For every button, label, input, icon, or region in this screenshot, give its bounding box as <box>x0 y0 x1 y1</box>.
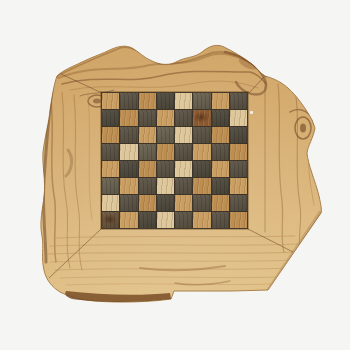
square-b1[interactable] <box>120 212 137 228</box>
square-c5[interactable] <box>139 144 156 160</box>
square-f1[interactable] <box>193 212 210 228</box>
square-h5[interactable] <box>230 144 247 160</box>
square-d6[interactable] <box>157 127 174 143</box>
product-photo <box>0 0 350 350</box>
square-h1[interactable] <box>230 212 247 228</box>
square-g2[interactable] <box>212 195 229 211</box>
square-f5[interactable] <box>193 144 210 160</box>
square-d4[interactable] <box>157 161 174 177</box>
square-a1[interactable] <box>102 212 119 228</box>
square-c3[interactable] <box>139 178 156 194</box>
square-a5[interactable] <box>102 144 119 160</box>
square-f8[interactable] <box>193 93 210 109</box>
square-a6[interactable] <box>102 127 119 143</box>
square-b4[interactable] <box>120 161 137 177</box>
square-e5[interactable] <box>175 144 192 160</box>
square-b5[interactable] <box>120 144 137 160</box>
square-d5[interactable] <box>157 144 174 160</box>
surface-speck <box>250 111 253 114</box>
square-e6[interactable] <box>175 127 192 143</box>
square-c7[interactable] <box>139 110 156 126</box>
square-f2[interactable] <box>193 195 210 211</box>
square-e4[interactable] <box>175 161 192 177</box>
square-c6[interactable] <box>139 127 156 143</box>
chess-board[interactable] <box>101 92 248 229</box>
square-d8[interactable] <box>157 93 174 109</box>
square-b3[interactable] <box>120 178 137 194</box>
square-g8[interactable] <box>212 93 229 109</box>
square-h4[interactable] <box>230 161 247 177</box>
square-f7[interactable] <box>193 110 210 126</box>
square-g6[interactable] <box>212 127 229 143</box>
square-g5[interactable] <box>212 144 229 160</box>
square-b6[interactable] <box>120 127 137 143</box>
square-d7[interactable] <box>157 110 174 126</box>
square-c8[interactable] <box>139 93 156 109</box>
square-d1[interactable] <box>157 212 174 228</box>
square-e7[interactable] <box>175 110 192 126</box>
square-c1[interactable] <box>139 212 156 228</box>
square-d3[interactable] <box>157 178 174 194</box>
square-f6[interactable] <box>193 127 210 143</box>
square-a7[interactable] <box>102 110 119 126</box>
square-h2[interactable] <box>230 195 247 211</box>
square-d2[interactable] <box>157 195 174 211</box>
square-h6[interactable] <box>230 127 247 143</box>
square-h3[interactable] <box>230 178 247 194</box>
square-b7[interactable] <box>120 110 137 126</box>
square-g3[interactable] <box>212 178 229 194</box>
square-a2[interactable] <box>102 195 119 211</box>
square-b8[interactable] <box>120 93 137 109</box>
square-f4[interactable] <box>193 161 210 177</box>
square-a8[interactable] <box>102 93 119 109</box>
square-a4[interactable] <box>102 161 119 177</box>
square-g1[interactable] <box>212 212 229 228</box>
square-e8[interactable] <box>175 93 192 109</box>
square-a3[interactable] <box>102 178 119 194</box>
square-e3[interactable] <box>175 178 192 194</box>
square-c4[interactable] <box>139 161 156 177</box>
square-e1[interactable] <box>175 212 192 228</box>
square-g7[interactable] <box>212 110 229 126</box>
square-f3[interactable] <box>193 178 210 194</box>
square-b2[interactable] <box>120 195 137 211</box>
square-c2[interactable] <box>139 195 156 211</box>
square-h7[interactable] <box>230 110 247 126</box>
square-e2[interactable] <box>175 195 192 211</box>
square-g4[interactable] <box>212 161 229 177</box>
square-h8[interactable] <box>230 93 247 109</box>
